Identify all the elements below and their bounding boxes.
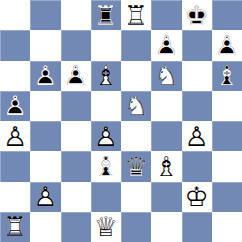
- white-rook[interactable]: ♜♖: [0, 212, 30, 242]
- piece-outline-glyph: ♙: [151, 30, 181, 60]
- piece-fill-glyph: ♟: [151, 30, 181, 60]
- black-pawn[interactable]: ♟♙: [61, 61, 91, 91]
- piece-outline-glyph: ♗: [91, 61, 121, 91]
- square-g4[interactable]: ♟♙: [182, 121, 212, 151]
- piece-outline-glyph: ♕: [121, 151, 151, 181]
- square-e5[interactable]: ♞♘: [121, 91, 151, 121]
- square-d3[interactable]: ♝♗: [91, 151, 121, 181]
- black-pawn[interactable]: ♟♙: [0, 91, 30, 121]
- square-d7[interactable]: [91, 30, 121, 60]
- piece-outline-glyph: ♖: [0, 212, 30, 242]
- square-e3[interactable]: ♛♕: [121, 151, 151, 181]
- square-h1[interactable]: [212, 212, 242, 242]
- white-knight[interactable]: ♞♘: [151, 61, 181, 91]
- square-e8[interactable]: ♜♖: [121, 0, 151, 30]
- piece-fill-glyph: ♟: [182, 121, 212, 151]
- square-g1[interactable]: [182, 212, 212, 242]
- piece-fill-glyph: ♟: [30, 182, 60, 212]
- square-e4[interactable]: [121, 121, 151, 151]
- square-b7[interactable]: [30, 30, 60, 60]
- square-b8[interactable]: [30, 0, 60, 30]
- piece-fill-glyph: ♛: [121, 151, 151, 181]
- black-pawn[interactable]: ♟♙: [30, 61, 60, 91]
- piece-outline-glyph: ♔: [182, 182, 212, 212]
- square-g3[interactable]: [182, 151, 212, 181]
- white-rook[interactable]: ♜♖: [121, 0, 151, 30]
- piece-fill-glyph: ♟: [30, 61, 60, 91]
- square-g7[interactable]: [182, 30, 212, 60]
- square-f4[interactable]: [151, 121, 181, 151]
- square-e1[interactable]: [121, 212, 151, 242]
- square-b2[interactable]: ♟♙: [30, 182, 60, 212]
- square-a4[interactable]: ♟♙: [0, 121, 30, 151]
- square-d5[interactable]: [91, 91, 121, 121]
- square-b5[interactable]: [30, 91, 60, 121]
- white-pawn[interactable]: ♟♙: [0, 121, 30, 151]
- piece-outline-glyph: ♙: [30, 182, 60, 212]
- square-c3[interactable]: [61, 151, 91, 181]
- piece-outline-glyph: ♔: [182, 0, 212, 30]
- square-a1[interactable]: ♜♖: [0, 212, 30, 242]
- white-queen[interactable]: ♛♕: [91, 212, 121, 242]
- piece-outline-glyph: ♙: [0, 91, 30, 121]
- white-pawn[interactable]: ♟♙: [91, 121, 121, 151]
- piece-outline-glyph: ♘: [121, 91, 151, 121]
- square-c6[interactable]: ♟♙: [61, 61, 91, 91]
- black-king[interactable]: ♚♔: [182, 0, 212, 30]
- white-pawn[interactable]: ♟♙: [30, 182, 60, 212]
- square-d6[interactable]: ♝♗: [91, 61, 121, 91]
- square-f2[interactable]: [151, 182, 181, 212]
- piece-fill-glyph: ♝: [91, 151, 121, 181]
- white-bishop[interactable]: ♝♗: [151, 151, 181, 181]
- piece-fill-glyph: ♟: [91, 121, 121, 151]
- square-e2[interactable]: [121, 182, 151, 212]
- piece-fill-glyph: ♝: [91, 61, 121, 91]
- piece-fill-glyph: ♝: [151, 151, 181, 181]
- piece-fill-glyph: ♛: [91, 212, 121, 242]
- square-h5[interactable]: [212, 91, 242, 121]
- black-rook[interactable]: ♜♖: [91, 0, 121, 30]
- square-f1[interactable]: [151, 212, 181, 242]
- square-a2[interactable]: [0, 182, 30, 212]
- square-b4[interactable]: [30, 121, 60, 151]
- chess-board: ♜♖♜♖♚♔♟♙♟♙♟♙♟♙♝♗♞♘♝♗♟♙♞♘♟♙♟♙♟♙♝♗♛♕♝♗♟♙♚♔…: [0, 0, 242, 242]
- white-king[interactable]: ♚♔: [182, 182, 212, 212]
- piece-outline-glyph: ♗: [151, 151, 181, 181]
- piece-fill-glyph: ♟: [212, 30, 242, 60]
- square-h3[interactable]: [212, 151, 242, 181]
- piece-outline-glyph: ♘: [151, 61, 181, 91]
- square-g2[interactable]: ♚♔: [182, 182, 212, 212]
- piece-outline-glyph: ♙: [0, 121, 30, 151]
- piece-outline-glyph: ♙: [182, 121, 212, 151]
- piece-outline-glyph: ♕: [91, 212, 121, 242]
- piece-outline-glyph: ♙: [30, 61, 60, 91]
- square-a5[interactable]: ♟♙: [0, 91, 30, 121]
- square-h8[interactable]: [212, 0, 242, 30]
- square-a3[interactable]: [0, 151, 30, 181]
- piece-fill-glyph: ♟: [61, 61, 91, 91]
- square-f3[interactable]: ♝♗: [151, 151, 181, 181]
- square-a7[interactable]: [0, 30, 30, 60]
- square-d4[interactable]: ♟♙: [91, 121, 121, 151]
- white-bishop[interactable]: ♝♗: [91, 61, 121, 91]
- square-c2[interactable]: [61, 182, 91, 212]
- white-pawn[interactable]: ♟♙: [182, 121, 212, 151]
- piece-fill-glyph: ♞: [151, 61, 181, 91]
- piece-fill-glyph: ♞: [121, 91, 151, 121]
- piece-fill-glyph: ♜: [91, 0, 121, 30]
- square-f7[interactable]: ♟♙: [151, 30, 181, 60]
- square-c8[interactable]: [61, 0, 91, 30]
- square-d1[interactable]: ♛♕: [91, 212, 121, 242]
- square-c5[interactable]: [61, 91, 91, 121]
- black-pawn[interactable]: ♟♙: [151, 30, 181, 60]
- piece-outline-glyph: ♙: [61, 61, 91, 91]
- piece-outline-glyph: ♙: [91, 121, 121, 151]
- square-a6[interactable]: [0, 61, 30, 91]
- square-b1[interactable]: [30, 212, 60, 242]
- piece-outline-glyph: ♗: [91, 151, 121, 181]
- black-bishop[interactable]: ♝♗: [91, 151, 121, 181]
- square-g5[interactable]: [182, 91, 212, 121]
- piece-fill-glyph: ♜: [121, 0, 151, 30]
- piece-outline-glyph: ♖: [121, 0, 151, 30]
- piece-fill-glyph: ♝: [212, 61, 242, 91]
- square-b3[interactable]: [30, 151, 60, 181]
- piece-outline-glyph: ♗: [212, 61, 242, 91]
- square-c4[interactable]: [61, 121, 91, 151]
- piece-outline-glyph: ♙: [212, 30, 242, 60]
- black-queen[interactable]: ♛♕: [121, 151, 151, 181]
- square-a8[interactable]: [0, 0, 30, 30]
- square-d2[interactable]: [91, 182, 121, 212]
- square-h4[interactable]: [212, 121, 242, 151]
- square-h2[interactable]: [212, 182, 242, 212]
- square-h6[interactable]: ♝♗: [212, 61, 242, 91]
- square-g8[interactable]: ♚♔: [182, 0, 212, 30]
- square-b6[interactable]: ♟♙: [30, 61, 60, 91]
- square-c1[interactable]: [61, 212, 91, 242]
- square-f8[interactable]: [151, 0, 181, 30]
- square-d8[interactable]: ♜♖: [91, 0, 121, 30]
- piece-fill-glyph: ♟: [0, 91, 30, 121]
- square-g6[interactable]: [182, 61, 212, 91]
- piece-fill-glyph: ♚: [182, 0, 212, 30]
- square-h7[interactable]: ♟♙: [212, 30, 242, 60]
- black-pawn[interactable]: ♟♙: [212, 30, 242, 60]
- piece-fill-glyph: ♚: [182, 182, 212, 212]
- square-e7[interactable]: [121, 30, 151, 60]
- square-f5[interactable]: [151, 91, 181, 121]
- black-bishop[interactable]: ♝♗: [212, 61, 242, 91]
- white-knight[interactable]: ♞♘: [121, 91, 151, 121]
- piece-outline-glyph: ♖: [91, 0, 121, 30]
- piece-fill-glyph: ♜: [0, 212, 30, 242]
- piece-fill-glyph: ♟: [0, 121, 30, 151]
- square-f6[interactable]: ♞♘: [151, 61, 181, 91]
- square-c7[interactable]: [61, 30, 91, 60]
- square-e6[interactable]: [121, 61, 151, 91]
